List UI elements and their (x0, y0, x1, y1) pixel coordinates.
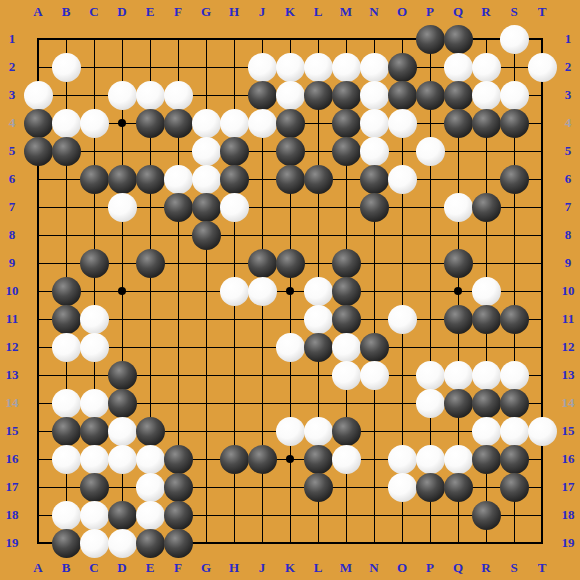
white-stone (52, 53, 81, 82)
row-label-right: 5 (556, 143, 580, 159)
black-stone (80, 165, 109, 194)
row-label-right: 15 (556, 423, 580, 439)
white-stone (416, 389, 445, 418)
black-stone (276, 165, 305, 194)
black-stone (52, 137, 81, 166)
star-point (118, 119, 126, 127)
white-stone (220, 193, 249, 222)
white-stone (500, 81, 529, 110)
row-label-left: 5 (0, 143, 24, 159)
black-stone (108, 501, 137, 530)
column-label-top: F (166, 4, 190, 20)
row-label-left: 19 (0, 535, 24, 551)
white-stone (220, 277, 249, 306)
white-stone (304, 305, 333, 334)
black-stone (500, 109, 529, 138)
black-stone (444, 81, 473, 110)
white-stone (108, 417, 137, 446)
black-stone (388, 81, 417, 110)
black-stone (108, 165, 137, 194)
white-stone (444, 53, 473, 82)
black-stone (472, 445, 501, 474)
black-stone (220, 445, 249, 474)
white-stone (164, 81, 193, 110)
white-stone (444, 361, 473, 390)
row-label-left: 14 (0, 395, 24, 411)
white-stone (136, 445, 165, 474)
black-stone (416, 25, 445, 54)
white-stone (80, 445, 109, 474)
white-stone (416, 361, 445, 390)
black-stone (472, 193, 501, 222)
column-label-top: N (362, 4, 386, 20)
column-label-top: G (194, 4, 218, 20)
white-stone (52, 109, 81, 138)
white-stone (388, 473, 417, 502)
white-stone (108, 445, 137, 474)
white-stone (500, 25, 529, 54)
row-label-left: 16 (0, 451, 24, 467)
column-label-bottom: G (194, 560, 218, 576)
white-stone (276, 53, 305, 82)
black-stone (52, 305, 81, 334)
row-label-left: 18 (0, 507, 24, 523)
column-label-top: A (26, 4, 50, 20)
white-stone (248, 109, 277, 138)
column-label-top: D (110, 4, 134, 20)
row-label-left: 3 (0, 87, 24, 103)
column-label-bottom: C (82, 560, 106, 576)
white-stone (80, 305, 109, 334)
white-stone (388, 305, 417, 334)
row-label-right: 3 (556, 87, 580, 103)
white-stone (276, 417, 305, 446)
white-stone (276, 333, 305, 362)
black-stone (472, 389, 501, 418)
black-stone (388, 53, 417, 82)
white-stone (416, 445, 445, 474)
column-label-bottom: J (250, 560, 274, 576)
row-label-left: 15 (0, 423, 24, 439)
row-label-right: 1 (556, 31, 580, 47)
black-stone (276, 249, 305, 278)
white-stone (472, 417, 501, 446)
black-stone (500, 389, 529, 418)
white-stone (388, 109, 417, 138)
black-stone (164, 501, 193, 530)
black-stone (192, 193, 221, 222)
black-stone (332, 277, 361, 306)
row-label-left: 11 (0, 311, 24, 327)
black-stone (500, 473, 529, 502)
black-stone (444, 473, 473, 502)
white-stone (24, 81, 53, 110)
white-stone (416, 137, 445, 166)
star-point (286, 455, 294, 463)
column-label-top: M (334, 4, 358, 20)
white-stone (80, 333, 109, 362)
black-stone (500, 445, 529, 474)
white-stone (472, 277, 501, 306)
white-stone (192, 165, 221, 194)
column-label-bottom: T (530, 560, 554, 576)
row-label-right: 12 (556, 339, 580, 355)
black-stone (108, 389, 137, 418)
white-stone (444, 445, 473, 474)
white-stone (136, 501, 165, 530)
white-stone (52, 333, 81, 362)
black-stone (360, 165, 389, 194)
row-label-right: 11 (556, 311, 580, 327)
column-label-bottom: O (390, 560, 414, 576)
row-label-left: 4 (0, 115, 24, 131)
row-label-left: 8 (0, 227, 24, 243)
black-stone (248, 249, 277, 278)
white-stone (360, 137, 389, 166)
black-stone (332, 81, 361, 110)
black-stone (136, 417, 165, 446)
black-stone (472, 305, 501, 334)
column-label-top: J (250, 4, 274, 20)
white-stone (80, 109, 109, 138)
white-stone (136, 473, 165, 502)
white-stone (332, 361, 361, 390)
star-point (454, 287, 462, 295)
black-stone (52, 529, 81, 558)
row-label-right: 19 (556, 535, 580, 551)
black-stone (164, 529, 193, 558)
column-label-bottom: Q (446, 560, 470, 576)
white-stone (52, 445, 81, 474)
white-stone (192, 137, 221, 166)
column-label-top: S (502, 4, 526, 20)
row-label-left: 1 (0, 31, 24, 47)
black-stone (136, 109, 165, 138)
row-label-left: 6 (0, 171, 24, 187)
row-label-right: 18 (556, 507, 580, 523)
black-stone (164, 193, 193, 222)
column-label-bottom: F (166, 560, 190, 576)
row-label-left: 17 (0, 479, 24, 495)
column-label-bottom: S (502, 560, 526, 576)
white-stone (360, 361, 389, 390)
black-stone (220, 137, 249, 166)
black-stone (164, 445, 193, 474)
row-label-right: 13 (556, 367, 580, 383)
white-stone (360, 53, 389, 82)
row-label-left: 2 (0, 59, 24, 75)
white-stone (332, 333, 361, 362)
black-stone (332, 109, 361, 138)
row-label-right: 4 (556, 115, 580, 131)
black-stone (276, 109, 305, 138)
white-stone (192, 109, 221, 138)
black-stone (52, 417, 81, 446)
column-label-top: B (54, 4, 78, 20)
black-stone (444, 249, 473, 278)
black-stone (360, 193, 389, 222)
white-stone (388, 445, 417, 474)
column-label-top: H (222, 4, 246, 20)
column-label-bottom: E (138, 560, 162, 576)
white-stone (332, 445, 361, 474)
column-label-top: K (278, 4, 302, 20)
row-label-left: 10 (0, 283, 24, 299)
black-stone (416, 473, 445, 502)
column-label-bottom: P (418, 560, 442, 576)
white-stone (304, 277, 333, 306)
black-stone (304, 81, 333, 110)
black-stone (472, 501, 501, 530)
black-stone (444, 305, 473, 334)
black-stone (24, 137, 53, 166)
white-stone (472, 361, 501, 390)
white-stone (136, 81, 165, 110)
column-label-top: P (418, 4, 442, 20)
white-stone (528, 53, 557, 82)
column-label-bottom: H (222, 560, 246, 576)
black-stone (108, 361, 137, 390)
black-stone (444, 109, 473, 138)
black-stone (192, 221, 221, 250)
black-stone (444, 25, 473, 54)
column-label-top: Q (446, 4, 470, 20)
black-stone (24, 109, 53, 138)
column-label-bottom: A (26, 560, 50, 576)
white-stone (528, 417, 557, 446)
black-stone (360, 333, 389, 362)
white-stone (248, 277, 277, 306)
black-stone (332, 249, 361, 278)
black-stone (52, 277, 81, 306)
row-label-left: 13 (0, 367, 24, 383)
row-label-right: 14 (556, 395, 580, 411)
column-label-bottom: R (474, 560, 498, 576)
white-stone (80, 389, 109, 418)
row-label-right: 16 (556, 451, 580, 467)
black-stone (80, 249, 109, 278)
black-stone (332, 137, 361, 166)
star-point (118, 287, 126, 295)
white-stone (276, 81, 305, 110)
white-stone (388, 165, 417, 194)
white-stone (444, 193, 473, 222)
black-stone (136, 165, 165, 194)
go-board[interactable]: AABBCCDDEEFFGGHHJJKKLLMMNNOOPPQQRRSSTT11… (0, 0, 580, 580)
white-stone (500, 417, 529, 446)
black-stone (136, 249, 165, 278)
row-label-right: 8 (556, 227, 580, 243)
white-stone (248, 53, 277, 82)
white-stone (52, 389, 81, 418)
black-stone (276, 137, 305, 166)
black-stone (304, 333, 333, 362)
star-point (286, 287, 294, 295)
white-stone (80, 529, 109, 558)
column-label-bottom: D (110, 560, 134, 576)
white-stone (304, 417, 333, 446)
black-stone (472, 109, 501, 138)
black-stone (332, 417, 361, 446)
black-stone (500, 165, 529, 194)
white-stone (472, 81, 501, 110)
black-stone (500, 305, 529, 334)
black-stone (220, 165, 249, 194)
column-label-top: L (306, 4, 330, 20)
column-label-bottom: K (278, 560, 302, 576)
black-stone (304, 445, 333, 474)
column-label-bottom: N (362, 560, 386, 576)
black-stone (304, 473, 333, 502)
black-stone (332, 305, 361, 334)
black-stone (136, 529, 165, 558)
white-stone (164, 165, 193, 194)
white-stone (220, 109, 249, 138)
black-stone (164, 473, 193, 502)
column-label-top: C (82, 4, 106, 20)
white-stone (108, 193, 137, 222)
white-stone (472, 53, 501, 82)
row-label-right: 6 (556, 171, 580, 187)
row-label-left: 9 (0, 255, 24, 271)
column-label-top: T (530, 4, 554, 20)
column-label-top: O (390, 4, 414, 20)
column-label-bottom: B (54, 560, 78, 576)
column-label-bottom: M (334, 560, 358, 576)
black-stone (164, 109, 193, 138)
white-stone (52, 501, 81, 530)
row-label-right: 2 (556, 59, 580, 75)
black-stone (80, 473, 109, 502)
white-stone (360, 81, 389, 110)
white-stone (108, 529, 137, 558)
column-label-top: R (474, 4, 498, 20)
white-stone (304, 53, 333, 82)
white-stone (360, 109, 389, 138)
row-label-left: 12 (0, 339, 24, 355)
column-label-bottom: L (306, 560, 330, 576)
black-stone (80, 417, 109, 446)
black-stone (444, 389, 473, 418)
white-stone (332, 53, 361, 82)
black-stone (416, 81, 445, 110)
row-label-right: 10 (556, 283, 580, 299)
white-stone (80, 501, 109, 530)
black-stone (248, 445, 277, 474)
row-label-left: 7 (0, 199, 24, 215)
black-stone (304, 165, 333, 194)
white-stone (500, 361, 529, 390)
column-label-top: E (138, 4, 162, 20)
row-label-right: 17 (556, 479, 580, 495)
white-stone (108, 81, 137, 110)
row-label-right: 9 (556, 255, 580, 271)
row-label-right: 7 (556, 199, 580, 215)
black-stone (248, 81, 277, 110)
